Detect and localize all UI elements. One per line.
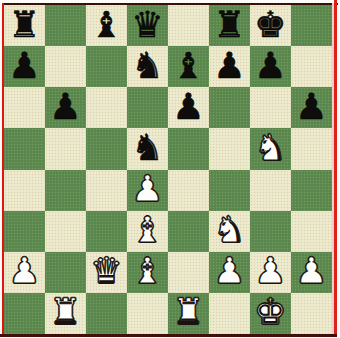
square-d1[interactable] [127,293,168,334]
square-b4[interactable] [45,170,86,211]
square-h5[interactable] [291,128,332,169]
square-h7[interactable] [291,46,332,87]
black-pawn-g7[interactable]: ♟ [254,48,286,84]
square-g1[interactable]: ♚ [250,293,291,334]
white-king-g1[interactable]: ♚ [254,294,286,330]
square-f2[interactable]: ♟ [209,252,250,293]
square-g7[interactable]: ♟ [250,46,291,87]
white-rook-e1[interactable]: ♜ [172,294,204,330]
square-c6[interactable] [86,87,127,128]
square-g8[interactable]: ♚ [250,5,291,46]
black-pawn-a7[interactable]: ♟ [8,48,40,84]
square-e6[interactable]: ♟ [168,87,209,128]
square-a7[interactable]: ♟ [4,46,45,87]
square-d6[interactable] [127,87,168,128]
square-a8[interactable]: ♜ [4,5,45,46]
white-bishop-d3[interactable]: ♝ [131,212,163,248]
square-d4[interactable]: ♟ [127,170,168,211]
black-pawn-e6[interactable]: ♟ [172,89,204,125]
square-f6[interactable] [209,87,250,128]
square-d5[interactable]: ♞ [127,128,168,169]
square-e8[interactable] [168,5,209,46]
square-b1[interactable]: ♜ [45,293,86,334]
black-pawn-f7[interactable]: ♟ [213,48,245,84]
black-bishop-e7[interactable]: ♝ [172,48,204,84]
square-f5[interactable] [209,128,250,169]
square-g4[interactable] [250,170,291,211]
square-a6[interactable] [4,87,45,128]
white-bishop-d2[interactable]: ♝ [131,253,163,289]
square-f8[interactable]: ♜ [209,5,250,46]
white-knight-g5[interactable]: ♞ [254,130,286,166]
square-f4[interactable] [209,170,250,211]
square-d8[interactable]: ♛ [127,5,168,46]
white-pawn-h2[interactable]: ♟ [295,253,327,289]
square-g6[interactable] [250,87,291,128]
black-rook-a8[interactable]: ♜ [8,7,40,43]
white-rook-b1[interactable]: ♜ [49,294,81,330]
black-knight-d7[interactable]: ♞ [131,48,163,84]
square-e4[interactable] [168,170,209,211]
black-rook-f8[interactable]: ♜ [213,7,245,43]
square-b5[interactable] [45,128,86,169]
white-queen-c2[interactable]: ♛ [90,253,122,289]
square-b2[interactable] [45,252,86,293]
square-e5[interactable] [168,128,209,169]
square-a5[interactable] [4,128,45,169]
black-pawn-b6[interactable]: ♟ [49,89,81,125]
white-pawn-f2[interactable]: ♟ [213,253,245,289]
square-a4[interactable] [4,170,45,211]
square-e3[interactable] [168,211,209,252]
square-d2[interactable]: ♝ [127,252,168,293]
square-b6[interactable]: ♟ [45,87,86,128]
square-c3[interactable] [86,211,127,252]
black-knight-d5[interactable]: ♞ [131,130,163,166]
square-h6[interactable]: ♟ [291,87,332,128]
board-frame-right [334,0,337,337]
square-c2[interactable]: ♛ [86,252,127,293]
board-frame-bottom [0,334,337,337]
white-pawn-d4[interactable]: ♟ [131,171,163,207]
black-bishop-c8[interactable]: ♝ [90,7,122,43]
square-c7[interactable] [86,46,127,87]
square-f7[interactable]: ♟ [209,46,250,87]
square-g2[interactable]: ♟ [250,252,291,293]
square-g3[interactable] [250,211,291,252]
square-d7[interactable]: ♞ [127,46,168,87]
square-h1[interactable] [291,293,332,334]
square-b3[interactable] [45,211,86,252]
square-h3[interactable] [291,211,332,252]
square-h4[interactable] [291,170,332,211]
square-h8[interactable] [291,5,332,46]
square-f3[interactable]: ♞ [209,211,250,252]
square-c8[interactable]: ♝ [86,5,127,46]
square-c5[interactable] [86,128,127,169]
white-pawn-a2[interactable]: ♟ [8,253,40,289]
square-e2[interactable] [168,252,209,293]
white-knight-f3[interactable]: ♞ [213,212,245,248]
square-e1[interactable]: ♜ [168,293,209,334]
square-b8[interactable] [45,5,86,46]
square-f1[interactable] [209,293,250,334]
black-pawn-h6[interactable]: ♟ [295,89,327,125]
chess-diagram: ♜♝♛♜♚♟♞♝♟♟♟♟♟♞♞♟♝♞♟♛♝♟♟♟♜♜♚ [0,0,340,338]
square-a2[interactable]: ♟ [4,252,45,293]
square-c4[interactable] [86,170,127,211]
square-a3[interactable] [4,211,45,252]
chess-board: ♜♝♛♜♚♟♞♝♟♟♟♟♟♞♞♟♝♞♟♛♝♟♟♟♜♜♚ [4,5,332,334]
square-e7[interactable]: ♝ [168,46,209,87]
square-d3[interactable]: ♝ [127,211,168,252]
square-c1[interactable] [86,293,127,334]
square-g5[interactable]: ♞ [250,128,291,169]
square-a1[interactable] [4,293,45,334]
square-h2[interactable]: ♟ [291,252,332,293]
black-queen-d8[interactable]: ♛ [131,7,163,43]
white-pawn-g2[interactable]: ♟ [254,253,286,289]
square-b7[interactable] [45,46,86,87]
black-king-g8[interactable]: ♚ [254,7,286,43]
